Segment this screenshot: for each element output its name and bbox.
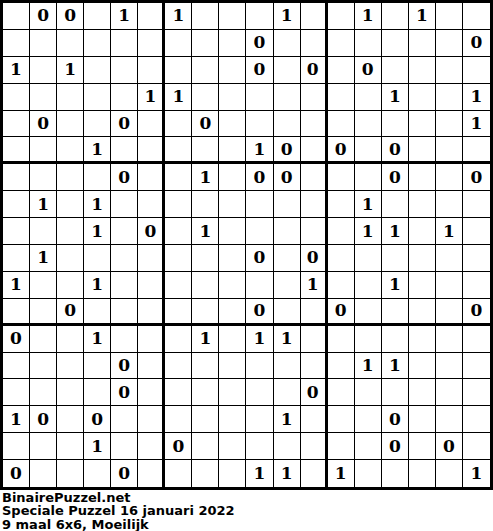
cell-empty[interactable] <box>111 272 138 299</box>
cell-empty[interactable] <box>436 3 463 30</box>
cell-given: 0 <box>30 111 57 138</box>
cell-empty[interactable] <box>382 191 409 218</box>
cell-empty[interactable] <box>382 379 409 406</box>
cell-empty[interactable] <box>274 353 301 380</box>
cell-empty[interactable] <box>138 245 165 272</box>
cell-empty[interactable] <box>328 164 355 191</box>
cell-empty[interactable] <box>219 191 246 218</box>
cell-empty[interactable] <box>436 191 463 218</box>
cell-empty[interactable] <box>165 299 192 326</box>
cell-empty[interactable] <box>436 84 463 111</box>
cell-given: 1 <box>3 272 30 299</box>
cell-empty[interactable] <box>84 379 111 406</box>
cell-empty[interactable] <box>30 433 57 460</box>
cell-empty[interactable] <box>409 406 436 433</box>
cell-empty[interactable] <box>463 353 490 380</box>
cell-empty[interactable] <box>165 137 192 164</box>
cell-empty[interactable] <box>274 191 301 218</box>
cell-given: 1 <box>355 353 382 380</box>
cell-empty[interactable] <box>3 379 30 406</box>
cell-given: 0 <box>111 379 138 406</box>
cell-empty[interactable] <box>219 57 246 84</box>
cell-empty[interactable] <box>463 379 490 406</box>
cell-empty[interactable] <box>274 30 301 57</box>
cell-empty[interactable] <box>382 299 409 326</box>
cell-given: 1 <box>246 137 273 164</box>
cell-empty[interactable] <box>246 84 273 111</box>
cell-empty[interactable] <box>219 164 246 191</box>
cell-empty[interactable] <box>463 137 490 164</box>
cell-empty[interactable] <box>30 326 57 353</box>
cell-empty[interactable] <box>274 84 301 111</box>
cell-empty[interactable] <box>382 245 409 272</box>
cell-empty[interactable] <box>463 191 490 218</box>
cell-empty[interactable] <box>409 353 436 380</box>
cell-given: 0 <box>436 433 463 460</box>
cell-empty[interactable] <box>219 460 246 487</box>
cell-given: 1 <box>84 326 111 353</box>
cell-empty[interactable] <box>219 3 246 30</box>
cell-empty[interactable] <box>192 137 219 164</box>
cell-empty[interactable] <box>382 326 409 353</box>
cell-empty[interactable] <box>355 406 382 433</box>
cell-empty[interactable] <box>30 218 57 245</box>
cell-empty[interactable] <box>301 218 328 245</box>
cell-empty[interactable] <box>192 30 219 57</box>
cell-given: 0 <box>111 353 138 380</box>
cell-given: 0 <box>165 433 192 460</box>
cell-empty[interactable] <box>57 272 84 299</box>
cell-empty[interactable] <box>328 272 355 299</box>
cell-empty[interactable] <box>436 30 463 57</box>
cell-empty[interactable] <box>301 299 328 326</box>
cell-empty[interactable] <box>30 84 57 111</box>
cell-empty[interactable] <box>3 191 30 218</box>
cell-empty[interactable] <box>30 299 57 326</box>
cell-empty[interactable] <box>328 57 355 84</box>
cell-empty[interactable] <box>301 137 328 164</box>
cell-empty[interactable] <box>301 326 328 353</box>
cell-empty[interactable] <box>57 433 84 460</box>
cell-given: 0 <box>246 57 273 84</box>
cell-empty[interactable] <box>192 433 219 460</box>
cell-empty[interactable] <box>301 406 328 433</box>
cell-empty[interactable] <box>57 84 84 111</box>
cell-empty[interactable] <box>409 326 436 353</box>
cell-empty[interactable] <box>84 353 111 380</box>
cell-empty[interactable] <box>111 245 138 272</box>
cell-empty[interactable] <box>382 460 409 487</box>
cell-empty[interactable] <box>463 218 490 245</box>
cell-empty[interactable] <box>328 218 355 245</box>
cell-given: 1 <box>355 191 382 218</box>
cell-empty[interactable] <box>192 353 219 380</box>
cell-empty[interactable] <box>3 3 30 30</box>
cell-empty[interactable] <box>219 137 246 164</box>
cell-empty[interactable] <box>57 353 84 380</box>
cell-given: 1 <box>355 218 382 245</box>
cell-empty[interactable] <box>382 111 409 138</box>
cell-given: 1 <box>382 272 409 299</box>
cell-empty[interactable] <box>355 245 382 272</box>
cell-empty[interactable] <box>30 137 57 164</box>
cell-empty[interactable] <box>138 406 165 433</box>
cell-empty[interactable] <box>138 379 165 406</box>
cell-empty[interactable] <box>138 191 165 218</box>
cell-empty[interactable] <box>301 111 328 138</box>
cell-empty[interactable] <box>57 460 84 487</box>
cell-empty[interactable] <box>219 84 246 111</box>
cell-empty[interactable] <box>409 218 436 245</box>
cell-empty[interactable] <box>355 30 382 57</box>
cell-empty[interactable] <box>328 245 355 272</box>
cell-empty[interactable] <box>165 57 192 84</box>
cell-empty[interactable] <box>111 57 138 84</box>
cell-empty[interactable] <box>463 272 490 299</box>
cell-empty[interactable] <box>138 137 165 164</box>
cell-empty[interactable] <box>30 379 57 406</box>
cell-empty[interactable] <box>409 164 436 191</box>
cell-empty[interactable] <box>274 218 301 245</box>
cell-empty[interactable] <box>111 433 138 460</box>
cell-given: 1 <box>274 326 301 353</box>
cell-empty[interactable] <box>138 111 165 138</box>
cell-given: 1 <box>192 218 219 245</box>
cell-empty[interactable] <box>165 460 192 487</box>
cell-empty[interactable] <box>382 57 409 84</box>
cell-empty[interactable] <box>409 191 436 218</box>
cell-empty[interactable] <box>463 57 490 84</box>
cell-empty[interactable] <box>328 406 355 433</box>
cell-empty[interactable] <box>355 326 382 353</box>
cell-empty[interactable] <box>3 137 30 164</box>
cell-empty[interactable] <box>274 299 301 326</box>
cell-empty[interactable] <box>192 272 219 299</box>
cell-empty[interactable] <box>355 433 382 460</box>
cell-empty[interactable] <box>165 191 192 218</box>
cell-empty[interactable] <box>463 3 490 30</box>
cell-empty[interactable] <box>219 272 246 299</box>
cell-empty[interactable] <box>328 111 355 138</box>
cell-empty[interactable] <box>409 379 436 406</box>
cell-empty[interactable] <box>436 460 463 487</box>
cell-empty[interactable] <box>355 272 382 299</box>
cell-empty[interactable] <box>3 30 30 57</box>
cell-given: 1 <box>274 3 301 30</box>
cell-given: 0 <box>192 111 219 138</box>
cell-empty[interactable] <box>219 379 246 406</box>
cell-empty[interactable] <box>219 245 246 272</box>
cell-given: 0 <box>328 137 355 164</box>
cell-empty[interactable] <box>328 326 355 353</box>
cell-empty[interactable] <box>355 111 382 138</box>
cell-empty[interactable] <box>301 30 328 57</box>
cell-empty[interactable] <box>246 191 273 218</box>
cell-empty[interactable] <box>30 30 57 57</box>
cell-given: 0 <box>274 164 301 191</box>
site-name: BinairePuzzel.net <box>2 491 493 504</box>
cell-empty[interactable] <box>3 111 30 138</box>
cell-empty[interactable] <box>3 245 30 272</box>
cell-given: 0 <box>382 406 409 433</box>
cell-given: 0 <box>463 299 490 326</box>
cell-empty[interactable] <box>57 326 84 353</box>
cell-empty[interactable] <box>436 406 463 433</box>
cell-empty[interactable] <box>246 272 273 299</box>
cell-empty[interactable] <box>192 245 219 272</box>
puzzle-info: 9 maal 6x6, Moeilijk <box>2 518 493 531</box>
cell-empty[interactable] <box>355 299 382 326</box>
cell-empty[interactable] <box>57 218 84 245</box>
cell-empty[interactable] <box>111 406 138 433</box>
cell-empty[interactable] <box>219 30 246 57</box>
cell-empty[interactable] <box>219 326 246 353</box>
cell-empty[interactable] <box>57 30 84 57</box>
cell-empty[interactable] <box>57 111 84 138</box>
cell-empty[interactable] <box>57 191 84 218</box>
cell-empty[interactable] <box>138 57 165 84</box>
cell-empty[interactable] <box>3 299 30 326</box>
cell-empty[interactable] <box>274 111 301 138</box>
cell-empty[interactable] <box>436 164 463 191</box>
cell-empty[interactable] <box>84 84 111 111</box>
cell-empty[interactable] <box>165 406 192 433</box>
cell-empty[interactable] <box>3 84 30 111</box>
cell-empty[interactable] <box>409 84 436 111</box>
cell-given: 1 <box>165 3 192 30</box>
cell-empty[interactable] <box>355 84 382 111</box>
cell-empty[interactable] <box>301 164 328 191</box>
cell-empty[interactable] <box>409 245 436 272</box>
cell-given: 0 <box>84 406 111 433</box>
cell-empty[interactable] <box>328 3 355 30</box>
cell-given: 1 <box>192 164 219 191</box>
cell-empty[interactable] <box>3 433 30 460</box>
cell-empty[interactable] <box>219 111 246 138</box>
cell-empty[interactable] <box>274 433 301 460</box>
cell-empty[interactable] <box>436 299 463 326</box>
cell-empty[interactable] <box>328 433 355 460</box>
cell-given: 1 <box>111 3 138 30</box>
cell-empty[interactable] <box>219 406 246 433</box>
cell-empty[interactable] <box>165 164 192 191</box>
cell-empty[interactable] <box>3 164 30 191</box>
cell-empty[interactable] <box>138 433 165 460</box>
cell-empty[interactable] <box>463 406 490 433</box>
cell-empty[interactable] <box>328 191 355 218</box>
cell-empty[interactable] <box>463 245 490 272</box>
cell-given: 0 <box>3 326 30 353</box>
cell-empty[interactable] <box>138 326 165 353</box>
cell-empty[interactable] <box>382 3 409 30</box>
cell-empty[interactable] <box>84 111 111 138</box>
cell-empty[interactable] <box>355 137 382 164</box>
cell-empty[interactable] <box>246 433 273 460</box>
cell-empty[interactable] <box>409 272 436 299</box>
cell-empty[interactable] <box>328 353 355 380</box>
cell-empty[interactable] <box>84 57 111 84</box>
cell-empty[interactable] <box>274 245 301 272</box>
cell-empty[interactable] <box>30 164 57 191</box>
cell-given: 1 <box>3 57 30 84</box>
cell-given: 1 <box>30 191 57 218</box>
cell-empty[interactable] <box>165 379 192 406</box>
cell-empty[interactable] <box>355 460 382 487</box>
cell-empty[interactable] <box>3 353 30 380</box>
cell-empty[interactable] <box>436 137 463 164</box>
cell-empty[interactable] <box>219 433 246 460</box>
cell-empty[interactable] <box>165 353 192 380</box>
cell-empty[interactable] <box>30 57 57 84</box>
cell-empty[interactable] <box>165 218 192 245</box>
cell-given: 0 <box>246 245 273 272</box>
cell-empty[interactable] <box>246 379 273 406</box>
cell-empty[interactable] <box>165 245 192 272</box>
cell-empty[interactable] <box>192 299 219 326</box>
cell-empty[interactable] <box>219 299 246 326</box>
cell-empty[interactable] <box>192 84 219 111</box>
cell-empty[interactable] <box>219 218 246 245</box>
cell-empty[interactable] <box>274 57 301 84</box>
cell-empty[interactable] <box>246 218 273 245</box>
cell-empty[interactable] <box>409 299 436 326</box>
cell-empty[interactable] <box>409 111 436 138</box>
cell-empty[interactable] <box>192 406 219 433</box>
cell-given: 1 <box>463 460 490 487</box>
cell-empty[interactable] <box>355 379 382 406</box>
cell-empty[interactable] <box>138 30 165 57</box>
cell-empty[interactable] <box>111 326 138 353</box>
cell-empty[interactable] <box>463 326 490 353</box>
cell-given: 0 <box>57 3 84 30</box>
cell-empty[interactable] <box>192 57 219 84</box>
cell-empty[interactable] <box>409 57 436 84</box>
cell-empty[interactable] <box>301 433 328 460</box>
cell-empty[interactable] <box>355 164 382 191</box>
cell-empty[interactable] <box>192 3 219 30</box>
cell-empty[interactable] <box>436 353 463 380</box>
cell-empty[interactable] <box>30 272 57 299</box>
cell-given: 0 <box>355 57 382 84</box>
cell-empty[interactable] <box>165 111 192 138</box>
cell-empty[interactable] <box>436 326 463 353</box>
cell-given: 0 <box>138 218 165 245</box>
cell-empty[interactable] <box>301 84 328 111</box>
cell-given: 1 <box>274 460 301 487</box>
cell-given: 0 <box>274 137 301 164</box>
cell-empty[interactable] <box>301 460 328 487</box>
cell-empty[interactable] <box>30 353 57 380</box>
cell-given: 1 <box>436 218 463 245</box>
cell-empty[interactable] <box>84 30 111 57</box>
cell-given: 0 <box>30 406 57 433</box>
cell-empty[interactable] <box>57 137 84 164</box>
cell-empty[interactable] <box>436 245 463 272</box>
cell-empty[interactable] <box>409 460 436 487</box>
cell-empty[interactable] <box>111 218 138 245</box>
cell-empty[interactable] <box>328 84 355 111</box>
cell-empty[interactable] <box>111 137 138 164</box>
cell-empty[interactable] <box>219 353 246 380</box>
cell-empty[interactable] <box>192 191 219 218</box>
cell-empty[interactable] <box>409 137 436 164</box>
cell-empty[interactable] <box>138 3 165 30</box>
cell-empty[interactable] <box>274 272 301 299</box>
cell-empty[interactable] <box>409 30 436 57</box>
cell-given: 0 <box>301 57 328 84</box>
cell-given: 1 <box>274 406 301 433</box>
cell-empty[interactable] <box>246 406 273 433</box>
puzzle-title: Speciale Puzzel 16 januari 2022 <box>2 504 493 517</box>
cell-empty[interactable] <box>138 460 165 487</box>
cell-given: 1 <box>84 191 111 218</box>
cell-empty[interactable] <box>382 30 409 57</box>
cell-given: 1 <box>382 218 409 245</box>
cell-empty[interactable] <box>301 353 328 380</box>
cell-empty[interactable] <box>57 245 84 272</box>
cell-empty[interactable] <box>3 218 30 245</box>
cell-empty[interactable] <box>274 379 301 406</box>
cell-empty[interactable] <box>111 84 138 111</box>
cell-empty[interactable] <box>165 326 192 353</box>
cell-empty[interactable] <box>111 30 138 57</box>
cell-empty[interactable] <box>246 3 273 30</box>
cell-given: 1 <box>138 84 165 111</box>
cell-empty[interactable] <box>84 460 111 487</box>
cell-empty[interactable] <box>84 245 111 272</box>
cell-given: 1 <box>84 218 111 245</box>
cell-empty[interactable] <box>165 30 192 57</box>
cell-empty[interactable] <box>84 164 111 191</box>
cell-empty[interactable] <box>463 433 490 460</box>
cell-empty[interactable] <box>301 3 328 30</box>
cell-empty[interactable] <box>165 272 192 299</box>
cell-empty[interactable] <box>57 164 84 191</box>
cell-empty[interactable] <box>328 30 355 57</box>
cell-empty[interactable] <box>84 299 111 326</box>
cell-empty[interactable] <box>30 460 57 487</box>
cell-empty[interactable] <box>436 111 463 138</box>
cell-given: 1 <box>409 3 436 30</box>
cell-empty[interactable] <box>436 272 463 299</box>
cell-empty[interactable] <box>246 353 273 380</box>
cell-given: 0 <box>301 245 328 272</box>
cell-empty[interactable] <box>246 111 273 138</box>
cell-given: 0 <box>30 3 57 30</box>
cell-empty[interactable] <box>111 191 138 218</box>
cell-empty[interactable] <box>436 57 463 84</box>
cell-given: 0 <box>57 299 84 326</box>
cell-empty[interactable] <box>301 191 328 218</box>
cell-empty[interactable] <box>138 272 165 299</box>
cell-empty[interactable] <box>138 164 165 191</box>
cell-empty[interactable] <box>409 433 436 460</box>
cell-empty[interactable] <box>111 299 138 326</box>
cell-given: 0 <box>3 460 30 487</box>
cell-empty[interactable] <box>138 299 165 326</box>
cell-empty[interactable] <box>57 406 84 433</box>
cell-empty[interactable] <box>84 3 111 30</box>
cell-empty[interactable] <box>192 460 219 487</box>
cell-empty[interactable] <box>436 379 463 406</box>
cell-empty[interactable] <box>192 379 219 406</box>
cell-empty[interactable] <box>138 353 165 380</box>
puzzle-footer: BinairePuzzel.net Speciale Puzzel 16 jan… <box>0 490 493 531</box>
cell-empty[interactable] <box>328 379 355 406</box>
cell-empty[interactable] <box>57 379 84 406</box>
cell-given: 1 <box>328 460 355 487</box>
cell-given: 1 <box>84 137 111 164</box>
